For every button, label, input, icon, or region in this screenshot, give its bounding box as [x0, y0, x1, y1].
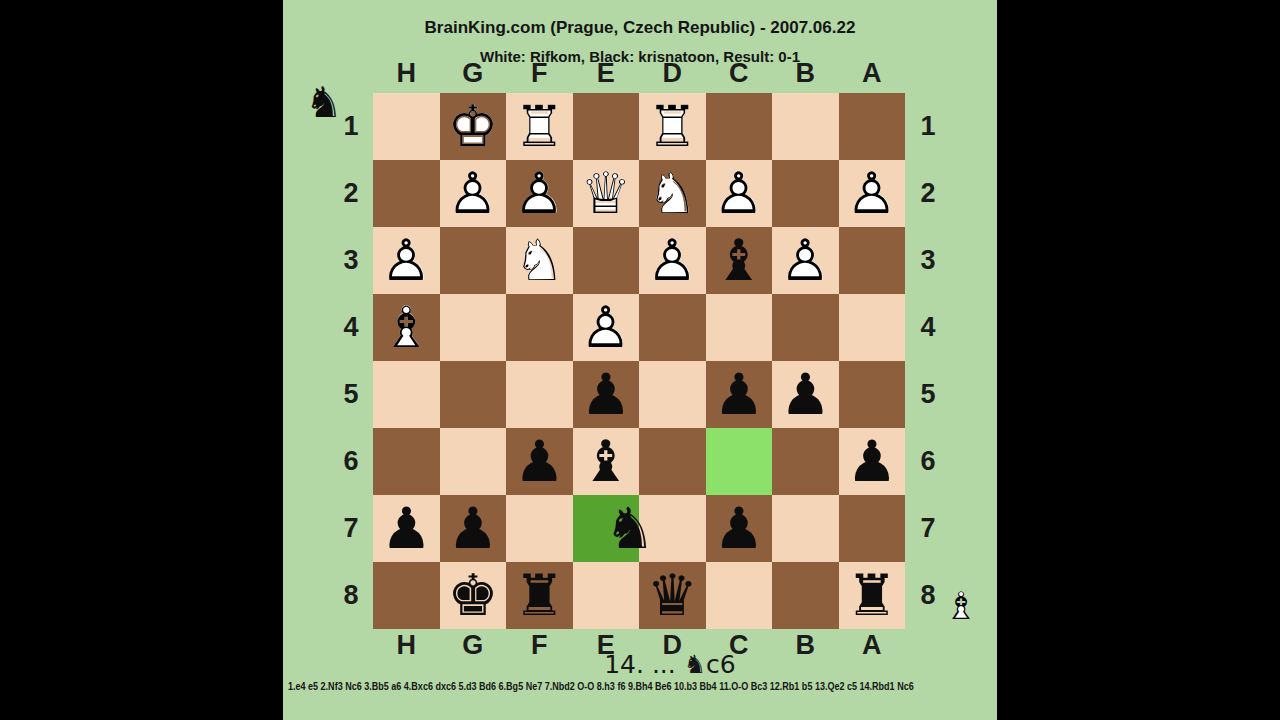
white-king: ♚♔ — [440, 93, 507, 160]
white-pawn: ♟♙ — [706, 160, 773, 227]
square-g1[interactable]: ♚♔ — [440, 93, 507, 160]
square-a5[interactable] — [839, 361, 906, 428]
square-d4[interactable] — [639, 294, 706, 361]
file-labels-top: HGFEDCBA — [373, 58, 905, 88]
rank-labels-left: 12345678 — [336, 93, 366, 629]
black-rook: ♜ — [839, 562, 906, 629]
square-c8[interactable] — [706, 562, 773, 629]
square-e6[interactable]: ♝ — [573, 428, 640, 495]
rank-label-7: 7 — [913, 495, 943, 562]
move-list: 1.e4 e5 2.Nf3 Nc6 3.Bb5 a6 4.Bxc6 dxc6 5… — [288, 680, 914, 692]
white-queen: ♛♕ — [573, 160, 640, 227]
square-g2[interactable]: ♟♙ — [440, 160, 507, 227]
rank-label-3: 3 — [913, 227, 943, 294]
black-pawn: ♟ — [772, 361, 839, 428]
black-pawn: ♟ — [506, 428, 573, 495]
square-e5[interactable]: ♟ — [573, 361, 640, 428]
captured-white-bishop-icon: ♝ ♗ — [941, 586, 981, 626]
square-c1[interactable] — [706, 93, 773, 160]
black-pawn: ♟ — [706, 495, 773, 562]
square-a6[interactable]: ♟ — [839, 428, 906, 495]
square-f7[interactable] — [506, 495, 573, 562]
square-d6[interactable] — [639, 428, 706, 495]
file-label-g: G — [440, 58, 507, 88]
square-a1[interactable] — [839, 93, 906, 160]
square-g7[interactable]: ♟ — [440, 495, 507, 562]
black-bishop: ♝ — [573, 428, 640, 495]
black-pawn: ♟ — [440, 495, 507, 562]
black-king: ♚ — [440, 562, 507, 629]
square-a7[interactable] — [839, 495, 906, 562]
white-pawn: ♟♙ — [573, 294, 640, 361]
last-move-label: 14. ... ♞c6 — [404, 650, 936, 679]
white-pawn: ♟♙ — [373, 227, 440, 294]
white-knight: ♞♘ — [506, 227, 573, 294]
square-a2[interactable]: ♟♙ — [839, 160, 906, 227]
square-a4[interactable] — [839, 294, 906, 361]
rank-label-1: 1 — [336, 93, 366, 160]
square-h3[interactable]: ♟♙ — [373, 227, 440, 294]
square-h7[interactable]: ♟ — [373, 495, 440, 562]
square-d3[interactable]: ♟♙ — [639, 227, 706, 294]
chess-board: ♚♔♜♖♜♖♟♙♟♙♛♕♞♘♟♙♟♙♟♙♞♘♟♙♝♟♙♝♗♟♙♟♟♟♟♝♟♟♟♞… — [373, 93, 905, 629]
square-e7[interactable]: ♞ — [573, 495, 640, 562]
square-e4[interactable]: ♟♙ — [573, 294, 640, 361]
black-pawn: ♟ — [373, 495, 440, 562]
rank-label-2: 2 — [913, 160, 943, 227]
square-f5[interactable] — [506, 361, 573, 428]
square-e1[interactable] — [573, 93, 640, 160]
rank-label-3: 3 — [336, 227, 366, 294]
black-knight: ♞ — [597, 495, 664, 562]
square-g3[interactable] — [440, 227, 507, 294]
square-g6[interactable] — [440, 428, 507, 495]
file-label-f: F — [506, 58, 573, 88]
white-rook: ♜♖ — [506, 93, 573, 160]
square-g5[interactable] — [440, 361, 507, 428]
rank-label-8: 8 — [913, 562, 943, 629]
rank-label-5: 5 — [913, 361, 943, 428]
square-d8[interactable]: ♛ — [639, 562, 706, 629]
square-b8[interactable] — [772, 562, 839, 629]
file-label-c: C — [706, 58, 773, 88]
black-bishop: ♝ — [706, 227, 773, 294]
square-b2[interactable] — [772, 160, 839, 227]
rank-label-6: 6 — [913, 428, 943, 495]
square-h4[interactable]: ♝♗ — [373, 294, 440, 361]
square-b7[interactable] — [772, 495, 839, 562]
game-panel: BrainKing.com (Prague, Czech Republic) -… — [283, 0, 997, 720]
square-b6[interactable] — [772, 428, 839, 495]
square-c7[interactable]: ♟ — [706, 495, 773, 562]
square-h8[interactable] — [373, 562, 440, 629]
file-label-e: E — [573, 58, 640, 88]
square-h6[interactable] — [373, 428, 440, 495]
white-pawn: ♟♙ — [839, 160, 906, 227]
page-title: BrainKing.com (Prague, Czech Republic) -… — [283, 18, 997, 38]
square-f3[interactable]: ♞♘ — [506, 227, 573, 294]
captured-white-bishop-outline: ♗ — [944, 587, 978, 625]
square-f1[interactable]: ♜♖ — [506, 93, 573, 160]
file-label-h: H — [373, 58, 440, 88]
rank-label-5: 5 — [336, 361, 366, 428]
square-g8[interactable]: ♚ — [440, 562, 507, 629]
square-f2[interactable]: ♟♙ — [506, 160, 573, 227]
square-h1[interactable] — [373, 93, 440, 160]
square-b3[interactable]: ♟♙ — [772, 227, 839, 294]
square-c3[interactable]: ♝ — [706, 227, 773, 294]
rank-label-8: 8 — [336, 562, 366, 629]
square-b4[interactable] — [772, 294, 839, 361]
file-label-b: B — [772, 58, 839, 88]
rank-label-4: 4 — [913, 294, 943, 361]
square-a8[interactable]: ♜ — [839, 562, 906, 629]
square-c5[interactable]: ♟ — [706, 361, 773, 428]
square-e8[interactable] — [573, 562, 640, 629]
square-h2[interactable] — [373, 160, 440, 227]
rank-label-7: 7 — [336, 495, 366, 562]
white-pawn: ♟♙ — [440, 160, 507, 227]
black-queen: ♛ — [639, 562, 706, 629]
rank-label-2: 2 — [336, 160, 366, 227]
white-pawn: ♟♙ — [639, 227, 706, 294]
white-pawn: ♟♙ — [772, 227, 839, 294]
square-g4[interactable] — [440, 294, 507, 361]
square-f8[interactable]: ♜ — [506, 562, 573, 629]
black-pawn: ♟ — [573, 361, 640, 428]
white-knight: ♞♘ — [639, 160, 706, 227]
square-d2[interactable]: ♞♘ — [639, 160, 706, 227]
black-rook: ♜ — [506, 562, 573, 629]
square-c2[interactable]: ♟♙ — [706, 160, 773, 227]
rank-labels-right: 12345678 — [913, 93, 943, 629]
black-pawn: ♟ — [706, 361, 773, 428]
rank-label-1: 1 — [913, 93, 943, 160]
black-pawn: ♟ — [839, 428, 906, 495]
white-rook: ♜♖ — [639, 93, 706, 160]
file-label-d: D — [639, 58, 706, 88]
square-b5[interactable]: ♟ — [772, 361, 839, 428]
square-c6[interactable] — [706, 428, 773, 495]
square-a3[interactable] — [839, 227, 906, 294]
square-h5[interactable] — [373, 361, 440, 428]
square-c4[interactable] — [706, 294, 773, 361]
file-label-a: A — [839, 58, 906, 88]
square-d5[interactable] — [639, 361, 706, 428]
square-e3[interactable] — [573, 227, 640, 294]
square-b1[interactable] — [772, 93, 839, 160]
square-e2[interactable]: ♛♕ — [573, 160, 640, 227]
video-frame: BrainKing.com (Prague, Czech Republic) -… — [0, 0, 1280, 720]
square-d1[interactable]: ♜♖ — [639, 93, 706, 160]
rank-label-6: 6 — [336, 428, 366, 495]
square-f6[interactable]: ♟ — [506, 428, 573, 495]
white-pawn: ♟♙ — [506, 160, 573, 227]
white-bishop: ♝♗ — [373, 294, 440, 361]
rank-label-4: 4 — [336, 294, 366, 361]
square-f4[interactable] — [506, 294, 573, 361]
